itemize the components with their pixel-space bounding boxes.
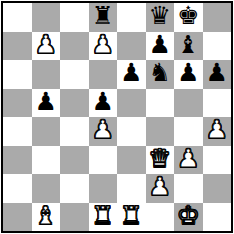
square-c8[interactable] (60, 3, 89, 32)
square-c6[interactable] (60, 60, 89, 89)
square-b7[interactable]: ♟ (32, 32, 61, 61)
piece-white-pawn: ♟ (35, 32, 57, 60)
square-b4[interactable] (32, 117, 61, 146)
square-b1[interactable]: ♝ (32, 203, 61, 232)
square-d1[interactable]: ♜ (89, 203, 118, 232)
square-a8[interactable] (3, 3, 32, 32)
chess-board: ♜♛♚♟♟♟♝♟♞♟♟♟♟♟♟♛♟♟♝♜♜♚ (1, 1, 233, 233)
piece-black-pawn: ♟ (35, 89, 57, 117)
square-d5[interactable]: ♟ (89, 89, 118, 118)
square-b6[interactable] (32, 60, 61, 89)
square-e6[interactable]: ♟ (117, 60, 146, 89)
square-a6[interactable] (3, 60, 32, 89)
square-g5[interactable] (174, 89, 203, 118)
piece-black-pawn: ♟ (149, 32, 171, 60)
square-e7[interactable] (117, 32, 146, 61)
square-g8[interactable]: ♚ (174, 3, 203, 32)
square-c4[interactable] (60, 117, 89, 146)
piece-black-pawn: ♟ (92, 89, 114, 117)
square-f3[interactable]: ♛ (146, 146, 175, 175)
square-e1[interactable]: ♜ (117, 203, 146, 232)
piece-white-king: ♚ (177, 203, 199, 231)
square-a7[interactable] (3, 32, 32, 61)
square-h6[interactable]: ♟ (203, 60, 232, 89)
piece-black-pawn: ♟ (177, 60, 199, 88)
piece-white-pawn: ♟ (92, 32, 114, 60)
square-f6[interactable]: ♞ (146, 60, 175, 89)
square-c5[interactable] (60, 89, 89, 118)
square-g1[interactable]: ♚ (174, 203, 203, 232)
piece-white-rook: ♜ (92, 203, 114, 231)
piece-black-rook: ♜ (92, 3, 114, 31)
square-e4[interactable] (117, 117, 146, 146)
square-e2[interactable] (117, 174, 146, 203)
chess-diagram: ♜♛♚♟♟♟♝♟♞♟♟♟♟♟♟♛♟♟♝♜♜♚ (0, 0, 234, 234)
piece-black-bishop: ♝ (177, 32, 199, 60)
piece-white-pawn: ♟ (206, 117, 228, 145)
square-b2[interactable] (32, 174, 61, 203)
piece-black-knight: ♞ (149, 60, 171, 88)
piece-white-pawn: ♟ (92, 117, 114, 145)
square-b8[interactable] (32, 3, 61, 32)
square-f5[interactable] (146, 89, 175, 118)
square-f2[interactable]: ♟ (146, 174, 175, 203)
square-c3[interactable] (60, 146, 89, 175)
square-a2[interactable] (3, 174, 32, 203)
square-a4[interactable] (3, 117, 32, 146)
square-e5[interactable] (117, 89, 146, 118)
piece-white-queen: ♛ (149, 146, 171, 174)
square-h5[interactable] (203, 89, 232, 118)
square-b5[interactable]: ♟ (32, 89, 61, 118)
square-e8[interactable] (117, 3, 146, 32)
square-f7[interactable]: ♟ (146, 32, 175, 61)
square-g4[interactable] (174, 117, 203, 146)
square-d7[interactable]: ♟ (89, 32, 118, 61)
square-h7[interactable] (203, 32, 232, 61)
square-c1[interactable] (60, 203, 89, 232)
square-f8[interactable]: ♛ (146, 3, 175, 32)
square-e3[interactable] (117, 146, 146, 175)
square-c2[interactable] (60, 174, 89, 203)
square-h8[interactable] (203, 3, 232, 32)
square-a1[interactable] (3, 203, 32, 232)
square-h4[interactable]: ♟ (203, 117, 232, 146)
square-d3[interactable] (89, 146, 118, 175)
square-h2[interactable] (203, 174, 232, 203)
piece-black-pawn: ♟ (206, 60, 228, 88)
square-g6[interactable]: ♟ (174, 60, 203, 89)
square-g3[interactable]: ♟ (174, 146, 203, 175)
piece-white-pawn: ♟ (177, 146, 199, 174)
square-d4[interactable]: ♟ (89, 117, 118, 146)
piece-black-pawn: ♟ (120, 60, 142, 88)
piece-black-queen: ♛ (149, 3, 171, 31)
square-a3[interactable] (3, 146, 32, 175)
square-g2[interactable] (174, 174, 203, 203)
piece-white-rook: ♜ (120, 203, 142, 231)
piece-white-bishop: ♝ (35, 203, 57, 231)
square-a5[interactable] (3, 89, 32, 118)
square-f4[interactable] (146, 117, 175, 146)
square-h1[interactable] (203, 203, 232, 232)
square-b3[interactable] (32, 146, 61, 175)
square-h3[interactable] (203, 146, 232, 175)
square-d2[interactable] (89, 174, 118, 203)
piece-black-king: ♚ (177, 3, 199, 31)
square-d8[interactable]: ♜ (89, 3, 118, 32)
square-c7[interactable] (60, 32, 89, 61)
piece-white-pawn: ♟ (149, 174, 171, 202)
square-d6[interactable] (89, 60, 118, 89)
square-f1[interactable] (146, 203, 175, 232)
square-g7[interactable]: ♝ (174, 32, 203, 61)
